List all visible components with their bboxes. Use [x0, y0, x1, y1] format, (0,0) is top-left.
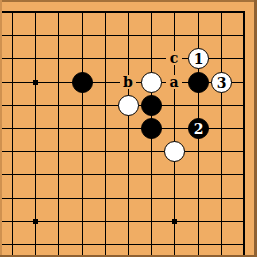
- point-label-c: c: [166, 51, 182, 65]
- star-point-K16: [33, 80, 38, 85]
- black-stone-M16: [72, 72, 93, 93]
- grid-line-h-12: [2, 174, 245, 175]
- white-stone-P16: [141, 72, 162, 93]
- frame-top: [0, 0, 257, 2]
- grid-line-v-L: [58, 11, 59, 255]
- frame-left: [0, 0, 2, 257]
- point-label-b: b: [120, 75, 136, 89]
- grid-line-v-S: [221, 11, 222, 255]
- go-diagram: bac312: [0, 0, 257, 257]
- black-stone-P14: [141, 118, 162, 139]
- grid-line-v-J: [12, 11, 13, 255]
- white-stone-S16: 3: [211, 72, 232, 93]
- grid-line-h-18: [2, 35, 245, 36]
- star-point-Q10: [172, 219, 177, 224]
- grid-line-v-T: [243, 11, 245, 255]
- grid-line-h-13: [2, 151, 245, 152]
- move-number-3: 3: [217, 76, 227, 90]
- black-stone-R16: [188, 72, 209, 93]
- frame-right: [254, 0, 257, 257]
- grid-line-h-10: [2, 221, 245, 222]
- black-stone-P15: [141, 95, 162, 116]
- star-point-K10: [33, 219, 38, 224]
- grid-line-v-N: [105, 11, 106, 255]
- white-stone-O15: [118, 95, 139, 116]
- grid-line-v-M: [82, 11, 83, 255]
- point-label-a: a: [166, 75, 182, 89]
- move-number-2: 2: [194, 122, 204, 136]
- grid-line-v-O: [128, 11, 129, 255]
- white-stone-R17: 1: [188, 48, 209, 69]
- grid-line-h-9: [2, 244, 245, 245]
- white-stone-Q13: [164, 141, 185, 162]
- grid-line-h-11: [2, 198, 245, 199]
- black-stone-R14: 2: [188, 118, 209, 139]
- move-number-1: 1: [194, 52, 204, 66]
- grid-line-h-19: [2, 11, 245, 13]
